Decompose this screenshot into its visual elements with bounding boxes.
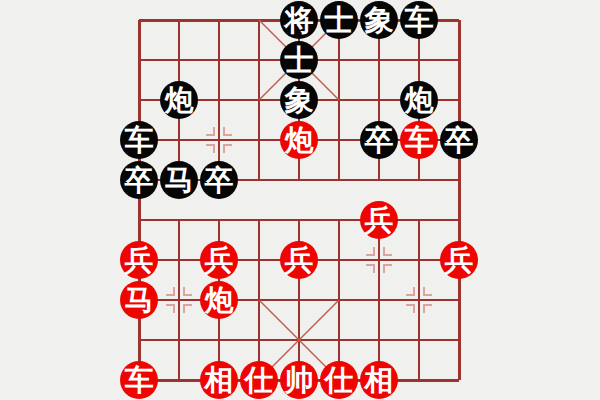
point-marker bbox=[166, 287, 192, 313]
black-chariot[interactable]: 车 bbox=[400, 1, 438, 39]
red-cannon[interactable]: 炮 bbox=[200, 281, 238, 319]
red-cannon[interactable]: 炮 bbox=[280, 121, 318, 159]
red-soldier[interactable]: 兵 bbox=[120, 241, 158, 279]
black-soldier[interactable]: 卒 bbox=[440, 121, 478, 159]
red-elephant[interactable]: 相 bbox=[360, 361, 398, 399]
red-general[interactable]: 帅 bbox=[280, 361, 318, 399]
red-soldier[interactable]: 兵 bbox=[360, 201, 398, 239]
black-chariot[interactable]: 车 bbox=[120, 121, 158, 159]
red-elephant[interactable]: 相 bbox=[200, 361, 238, 399]
point-marker bbox=[366, 247, 392, 273]
red-soldier[interactable]: 兵 bbox=[440, 241, 478, 279]
point-marker bbox=[206, 127, 232, 153]
black-soldier[interactable]: 卒 bbox=[360, 121, 398, 159]
black-advisor[interactable]: 士 bbox=[280, 41, 318, 79]
black-cannon[interactable]: 炮 bbox=[400, 81, 438, 119]
point-marker bbox=[406, 287, 432, 313]
black-soldier[interactable]: 卒 bbox=[120, 161, 158, 199]
xiangqi-board[interactable]: 将士象车士炮象炮车炮卒车卒卒马卒兵兵兵兵兵马炮车相仕帅仕相 bbox=[119, 0, 479, 400]
black-soldier[interactable]: 卒 bbox=[200, 161, 238, 199]
black-advisor[interactable]: 士 bbox=[320, 1, 358, 39]
red-soldier[interactable]: 兵 bbox=[280, 241, 318, 279]
black-horse[interactable]: 马 bbox=[160, 161, 198, 199]
black-elephant[interactable]: 象 bbox=[360, 1, 398, 39]
black-elephant[interactable]: 象 bbox=[280, 81, 318, 119]
red-advisor[interactable]: 仕 bbox=[320, 361, 358, 399]
red-chariot[interactable]: 车 bbox=[400, 121, 438, 159]
red-chariot[interactable]: 车 bbox=[120, 361, 158, 399]
black-general[interactable]: 将 bbox=[280, 1, 318, 39]
red-advisor[interactable]: 仕 bbox=[240, 361, 278, 399]
black-cannon[interactable]: 炮 bbox=[160, 81, 198, 119]
xiangqi-app: 将士象车士炮象炮车炮卒车卒卒马卒兵兵兵兵兵马炮车相仕帅仕相 bbox=[0, 0, 600, 400]
red-horse[interactable]: 马 bbox=[120, 281, 158, 319]
red-soldier[interactable]: 兵 bbox=[200, 241, 238, 279]
